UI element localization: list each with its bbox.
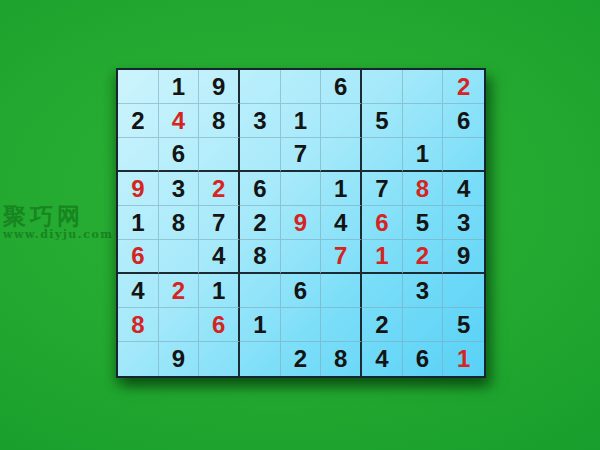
sudoku-cell-r3c7[interactable] [362, 138, 403, 172]
sudoku-cell-r2c9[interactable]: 6 [443, 104, 484, 138]
sudoku-cell-r1c3[interactable]: 9 [199, 70, 240, 104]
sudoku-cell-r7c8[interactable]: 3 [403, 274, 444, 308]
sudoku-cell-r2c7[interactable]: 5 [362, 104, 403, 138]
sudoku-cell-r8c6[interactable] [321, 308, 362, 342]
sudoku-cell-r4c7[interactable]: 7 [362, 172, 403, 206]
sudoku-cell-r4c8[interactable]: 8 [403, 172, 444, 206]
sudoku-cell-r1c1[interactable] [118, 70, 159, 104]
sudoku-cell-r3c2[interactable]: 6 [159, 138, 200, 172]
sudoku-cell-r2c5[interactable]: 1 [281, 104, 322, 138]
sudoku-cell-r8c8[interactable] [403, 308, 444, 342]
sudoku-cell-r4c9[interactable]: 4 [443, 172, 484, 206]
sudoku-cell-r6c1[interactable]: 6 [118, 240, 159, 274]
sudoku-cell-r7c1[interactable]: 4 [118, 274, 159, 308]
sudoku-cell-r3c6[interactable] [321, 138, 362, 172]
sudoku-cell-r6c6[interactable]: 7 [321, 240, 362, 274]
sudoku-cell-r9c5[interactable]: 2 [281, 342, 322, 376]
sudoku-cell-r7c7[interactable] [362, 274, 403, 308]
sudoku-cell-r4c6[interactable]: 1 [321, 172, 362, 206]
sudoku-cell-r4c2[interactable]: 3 [159, 172, 200, 206]
sudoku-cell-r8c4[interactable]: 1 [240, 308, 281, 342]
sudoku-cell-r3c3[interactable] [199, 138, 240, 172]
page-background: 聚巧网 www.diyju.com 1962248315667193261784… [0, 0, 600, 450]
sudoku-cell-r9c8[interactable]: 6 [403, 342, 444, 376]
sudoku-cell-r8c2[interactable] [159, 308, 200, 342]
sudoku-cell-r5c7[interactable]: 6 [362, 206, 403, 240]
sudoku-cell-r9c6[interactable]: 8 [321, 342, 362, 376]
sudoku-cell-r6c7[interactable]: 1 [362, 240, 403, 274]
sudoku-cell-r5c1[interactable]: 1 [118, 206, 159, 240]
sudoku-cell-r8c7[interactable]: 2 [362, 308, 403, 342]
sudoku-cell-r3c4[interactable] [240, 138, 281, 172]
sudoku-cell-r1c9[interactable]: 2 [443, 70, 484, 104]
watermark: 聚巧网 www.diyju.com [3, 204, 113, 241]
sudoku-cell-r9c7[interactable]: 4 [362, 342, 403, 376]
sudoku-cell-r1c5[interactable] [281, 70, 322, 104]
sudoku-cell-r8c9[interactable]: 5 [443, 308, 484, 342]
sudoku-cell-r6c8[interactable]: 2 [403, 240, 444, 274]
sudoku-cell-r3c9[interactable] [443, 138, 484, 172]
sudoku-cell-r7c3[interactable]: 1 [199, 274, 240, 308]
sudoku-cell-r6c3[interactable]: 4 [199, 240, 240, 274]
sudoku-cell-r5c5[interactable]: 9 [281, 206, 322, 240]
sudoku-cell-r8c1[interactable]: 8 [118, 308, 159, 342]
sudoku-cell-r1c8[interactable] [403, 70, 444, 104]
sudoku-cell-r1c7[interactable] [362, 70, 403, 104]
sudoku-cell-r9c4[interactable] [240, 342, 281, 376]
sudoku-cell-r1c2[interactable]: 1 [159, 70, 200, 104]
sudoku-cell-r7c4[interactable] [240, 274, 281, 308]
sudoku-cell-r8c3[interactable]: 6 [199, 308, 240, 342]
watermark-site-url: www.diyju.com [3, 229, 113, 241]
sudoku-cell-r7c6[interactable] [321, 274, 362, 308]
sudoku-cell-r9c2[interactable]: 9 [159, 342, 200, 376]
watermark-site-name: 聚巧网 [3, 204, 113, 228]
sudoku-cell-r5c3[interactable]: 7 [199, 206, 240, 240]
sudoku-cell-r5c9[interactable]: 3 [443, 206, 484, 240]
sudoku-cell-r6c5[interactable] [281, 240, 322, 274]
sudoku-cell-r5c4[interactable]: 2 [240, 206, 281, 240]
sudoku-cell-r4c4[interactable]: 6 [240, 172, 281, 206]
sudoku-cell-r9c1[interactable] [118, 342, 159, 376]
sudoku-cell-r6c4[interactable]: 8 [240, 240, 281, 274]
sudoku-cell-r9c9[interactable]: 1 [443, 342, 484, 376]
sudoku-cell-r8c5[interactable] [281, 308, 322, 342]
sudoku-cell-r9c3[interactable] [199, 342, 240, 376]
sudoku-cell-r4c1[interactable]: 9 [118, 172, 159, 206]
sudoku-cell-r2c8[interactable] [403, 104, 444, 138]
sudoku-cell-r5c8[interactable]: 5 [403, 206, 444, 240]
sudoku-cell-r3c5[interactable]: 7 [281, 138, 322, 172]
sudoku-cell-r2c4[interactable]: 3 [240, 104, 281, 138]
sudoku-cell-r4c5[interactable] [281, 172, 322, 206]
sudoku-cell-r1c4[interactable] [240, 70, 281, 104]
sudoku-cell-r7c2[interactable]: 2 [159, 274, 200, 308]
sudoku-cell-r3c1[interactable] [118, 138, 159, 172]
sudoku-cell-r5c6[interactable]: 4 [321, 206, 362, 240]
sudoku-cell-r6c2[interactable] [159, 240, 200, 274]
sudoku-cell-r2c1[interactable]: 2 [118, 104, 159, 138]
sudoku-cell-r2c6[interactable] [321, 104, 362, 138]
sudoku-cell-r4c3[interactable]: 2 [199, 172, 240, 206]
sudoku-cell-r3c8[interactable]: 1 [403, 138, 444, 172]
sudoku-cell-r1c6[interactable]: 6 [321, 70, 362, 104]
sudoku-cell-r5c2[interactable]: 8 [159, 206, 200, 240]
sudoku-cell-r7c9[interactable] [443, 274, 484, 308]
sudoku-cell-r6c9[interactable]: 9 [443, 240, 484, 274]
sudoku-cell-r2c2[interactable]: 4 [159, 104, 200, 138]
sudoku-cell-r7c5[interactable]: 6 [281, 274, 322, 308]
sudoku-cell-r2c3[interactable]: 8 [199, 104, 240, 138]
sudoku-board: 1962248315667193261784187294653648712942… [116, 68, 486, 378]
